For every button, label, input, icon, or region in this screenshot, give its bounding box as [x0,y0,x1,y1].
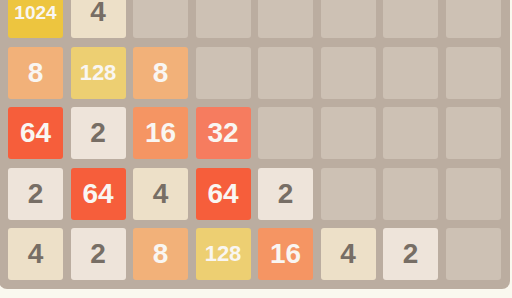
tile-2: 2 [383,228,438,280]
empty-cell [258,107,313,159]
tile-128: 128 [196,228,251,280]
tile-16: 16 [133,107,188,159]
tile-128: 128 [71,47,126,99]
tile-4: 4 [8,228,63,280]
tile-1024: 1024 [8,0,63,38]
empty-cell [133,0,188,38]
tile-8: 8 [133,228,188,280]
empty-cell [383,47,438,99]
empty-cell [258,0,313,38]
empty-cell [321,107,376,159]
tile-2: 2 [8,168,63,220]
empty-cell [383,168,438,220]
tile-64: 64 [196,168,251,220]
empty-cell [383,107,438,159]
tile-2: 2 [71,107,126,159]
tile-16: 16 [258,228,313,280]
tile-8: 8 [8,47,63,99]
tile-4: 4 [133,168,188,220]
empty-cell [446,0,501,38]
tile-64: 64 [8,107,63,159]
empty-cell [321,168,376,220]
empty-cell [258,47,313,99]
empty-cell [446,168,501,220]
game-board: 1024481288642163226446424281281642 [0,0,510,289]
empty-cell [383,0,438,38]
empty-cell [446,47,501,99]
empty-cell [321,0,376,38]
tile-4: 4 [321,228,376,280]
empty-cell [321,47,376,99]
tile-4: 4 [71,0,126,38]
game-viewport: 1024481288642163226446424281281642 [0,0,512,298]
empty-cell [446,107,501,159]
tile-8: 8 [133,47,188,99]
empty-cell [196,0,251,38]
tile-2: 2 [71,228,126,280]
tile-grid: 1024481288642163226446424281281642 [8,0,501,280]
tile-2: 2 [258,168,313,220]
empty-cell [446,228,501,280]
empty-cell [196,47,251,99]
tile-64: 64 [71,168,126,220]
tile-32: 32 [196,107,251,159]
